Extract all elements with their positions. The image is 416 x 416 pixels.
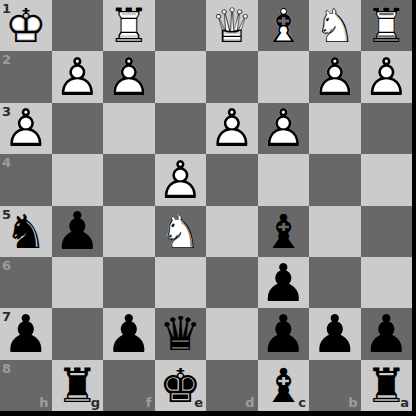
square-e7[interactable]: ♛	[155, 308, 207, 359]
black-pawn-icon[interactable]: ♟	[361, 308, 413, 359]
square-f7[interactable]: ♟	[103, 308, 155, 359]
square-f6[interactable]	[103, 257, 155, 308]
black-rook-icon[interactable]: ♜	[361, 360, 413, 411]
square-d1[interactable]: ♛♕	[206, 0, 258, 51]
white-pawn-icon[interactable]: ♟♙	[0, 103, 52, 154]
square-d7[interactable]	[206, 308, 258, 359]
square-h1[interactable]: 1♚♔	[0, 0, 52, 51]
square-d5[interactable]	[206, 206, 258, 257]
square-h8[interactable]: 8h	[0, 360, 52, 411]
square-h2[interactable]: 2	[0, 51, 52, 102]
white-rook-icon[interactable]: ♜♖	[103, 0, 155, 51]
square-c5[interactable]: ♝	[258, 206, 310, 257]
square-c6[interactable]: ♟	[258, 257, 310, 308]
white-knight-icon[interactable]: ♞♘	[309, 0, 361, 51]
square-b7[interactable]: ♟	[309, 308, 361, 359]
square-b8[interactable]: b	[309, 360, 361, 411]
square-c8[interactable]: c♝	[258, 360, 310, 411]
square-g3[interactable]	[52, 103, 104, 154]
white-pawn-icon[interactable]: ♟♙	[206, 103, 258, 154]
black-pawn-icon[interactable]: ♟	[103, 308, 155, 359]
square-d2[interactable]	[206, 51, 258, 102]
square-c4[interactable]	[258, 154, 310, 205]
square-c7[interactable]: ♟	[258, 308, 310, 359]
black-pawn-icon[interactable]: ♟	[0, 308, 52, 359]
square-h7[interactable]: 7♟	[0, 308, 52, 359]
chess-board: 1♚♔♜♖♛♕♝♗♞♘♜♖2♟♙♟♙♟♙♟♙3♟♙♟♙♟♙4♟♙5♞♟♞♘♝6♟…	[0, 0, 416, 416]
black-rook-icon[interactable]: ♜	[52, 360, 104, 411]
black-bishop-icon[interactable]: ♝	[258, 360, 310, 411]
file-label-d: d	[245, 396, 254, 409]
square-e3[interactable]	[155, 103, 207, 154]
black-pawn-icon[interactable]: ♟	[309, 308, 361, 359]
white-pawn-icon[interactable]: ♟♙	[258, 103, 310, 154]
square-a6[interactable]	[361, 257, 413, 308]
square-f2[interactable]: ♟♙	[103, 51, 155, 102]
square-b3[interactable]	[309, 103, 361, 154]
square-g4[interactable]	[52, 154, 104, 205]
square-e8[interactable]: e♚	[155, 360, 207, 411]
square-b6[interactable]	[309, 257, 361, 308]
square-d4[interactable]	[206, 154, 258, 205]
square-b1[interactable]: ♞♘	[309, 0, 361, 51]
square-e5[interactable]: ♞♘	[155, 206, 207, 257]
square-a4[interactable]	[361, 154, 413, 205]
square-c1[interactable]: ♝♗	[258, 0, 310, 51]
square-a3[interactable]	[361, 103, 413, 154]
file-label-f: f	[146, 396, 152, 409]
black-pawn-icon[interactable]: ♟	[258, 257, 310, 308]
square-f1[interactable]: ♜♖	[103, 0, 155, 51]
square-c3[interactable]: ♟♙	[258, 103, 310, 154]
square-g5[interactable]: ♟	[52, 206, 104, 257]
square-e1[interactable]	[155, 0, 207, 51]
white-rook-icon[interactable]: ♜♖	[361, 0, 413, 51]
white-king-icon[interactable]: ♚♔	[0, 0, 52, 51]
square-b2[interactable]: ♟♙	[309, 51, 361, 102]
square-d6[interactable]	[206, 257, 258, 308]
square-g7[interactable]	[52, 308, 104, 359]
square-h3[interactable]: 3♟♙	[0, 103, 52, 154]
square-c2[interactable]	[258, 51, 310, 102]
square-g1[interactable]	[52, 0, 104, 51]
square-h6[interactable]: 6	[0, 257, 52, 308]
black-bishop-icon[interactable]: ♝	[258, 206, 310, 257]
square-d8[interactable]: d	[206, 360, 258, 411]
square-a5[interactable]	[361, 206, 413, 257]
white-pawn-icon[interactable]: ♟♙	[103, 51, 155, 102]
square-a7[interactable]: ♟	[361, 308, 413, 359]
white-pawn-icon[interactable]: ♟♙	[309, 51, 361, 102]
square-f3[interactable]	[103, 103, 155, 154]
file-label-b: b	[348, 396, 357, 409]
square-f5[interactable]	[103, 206, 155, 257]
black-knight-icon[interactable]: ♞	[0, 206, 52, 257]
white-pawn-icon[interactable]: ♟♙	[52, 51, 104, 102]
square-g6[interactable]	[52, 257, 104, 308]
square-e2[interactable]	[155, 51, 207, 102]
square-a8[interactable]: a♜	[361, 360, 413, 411]
square-h4[interactable]: 4	[0, 154, 52, 205]
white-knight-icon[interactable]: ♞♘	[155, 206, 207, 257]
file-label-h: h	[39, 396, 48, 409]
square-d3[interactable]: ♟♙	[206, 103, 258, 154]
rank-label-2: 2	[2, 53, 11, 66]
square-h5[interactable]: 5♞	[0, 206, 52, 257]
square-b5[interactable]	[309, 206, 361, 257]
black-pawn-icon[interactable]: ♟	[258, 308, 310, 359]
white-pawn-icon[interactable]: ♟♙	[155, 154, 207, 205]
square-b4[interactable]	[309, 154, 361, 205]
square-f4[interactable]	[103, 154, 155, 205]
square-f8[interactable]: f	[103, 360, 155, 411]
white-pawn-icon[interactable]: ♟♙	[361, 51, 413, 102]
black-king-icon[interactable]: ♚	[155, 360, 207, 411]
black-pawn-icon[interactable]: ♟	[52, 206, 104, 257]
square-e4[interactable]: ♟♙	[155, 154, 207, 205]
black-queen-icon[interactable]: ♛	[155, 308, 207, 359]
white-queen-icon[interactable]: ♛♕	[206, 0, 258, 51]
rank-label-4: 4	[2, 156, 11, 169]
rank-label-6: 6	[2, 259, 11, 272]
square-g8[interactable]: g♜	[52, 360, 104, 411]
square-e6[interactable]	[155, 257, 207, 308]
white-bishop-icon[interactable]: ♝♗	[258, 0, 310, 51]
square-a1[interactable]: ♜♖	[361, 0, 413, 51]
square-a2[interactable]: ♟♙	[361, 51, 413, 102]
square-g2[interactable]: ♟♙	[52, 51, 104, 102]
